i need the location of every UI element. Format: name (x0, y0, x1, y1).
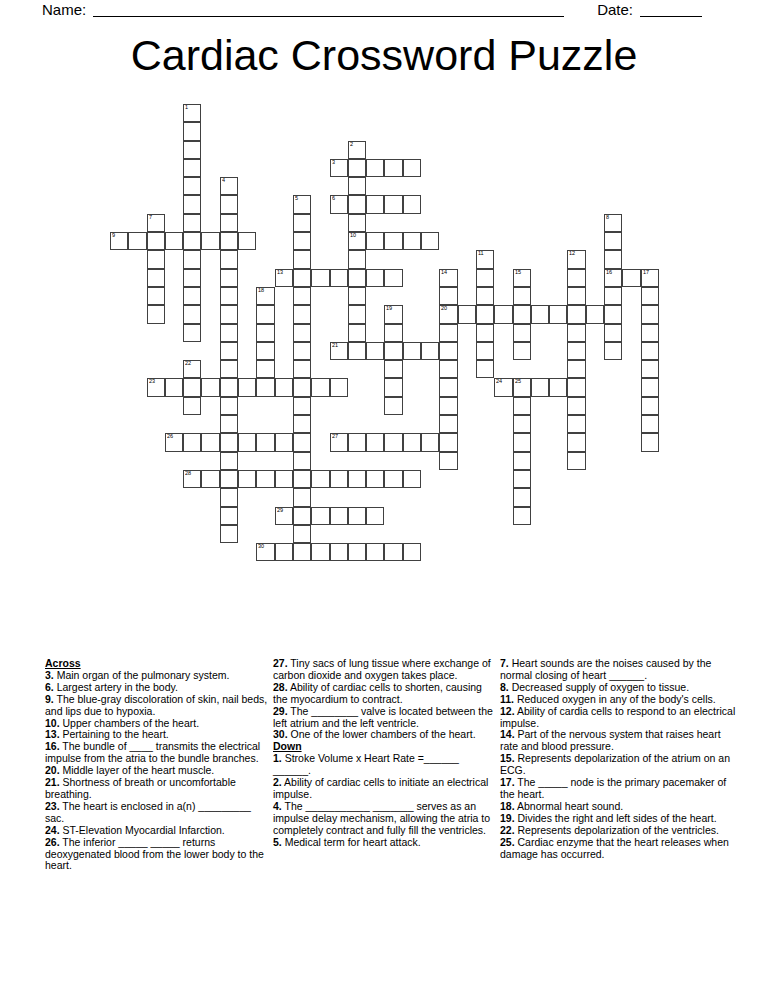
grid-cell[interactable] (439, 452, 457, 470)
grid-cell[interactable]: 11 (476, 250, 494, 268)
grid-cell[interactable] (275, 470, 293, 488)
grid-cell[interactable] (513, 287, 531, 305)
clue-number: 29 (277, 508, 283, 514)
clue-item: 7. Heart sounds are the noises caused by… (500, 658, 736, 682)
grid-cell[interactable] (165, 232, 183, 250)
clue-number: 27 (332, 434, 338, 440)
name-label: Name: (42, 2, 86, 18)
grid-cell[interactable] (220, 452, 238, 470)
grid-cell[interactable] (293, 214, 311, 232)
grid-cell[interactable] (403, 195, 421, 213)
grid-cell[interactable] (604, 287, 622, 305)
grid-cell[interactable] (147, 232, 165, 250)
clue-item: 11. Reduced oxygen in any of the body's … (500, 694, 736, 706)
grid-cell[interactable] (293, 324, 311, 342)
grid-cell[interactable]: 23 (147, 378, 165, 396)
clue-number: 26 (167, 434, 173, 440)
grid-cell[interactable] (220, 378, 238, 396)
grid-cell[interactable] (421, 433, 439, 451)
grid-cell[interactable] (183, 122, 201, 140)
grid-cell[interactable]: 14 (439, 269, 457, 287)
grid-cell[interactable]: 24 (494, 378, 512, 396)
grid-cell[interactable] (201, 232, 219, 250)
grid-cell[interactable] (439, 360, 457, 378)
grid-cell[interactable] (220, 250, 238, 268)
grid-cell[interactable] (293, 543, 311, 561)
name-fill-line[interactable] (93, 3, 564, 17)
grid-cell[interactable]: 13 (275, 269, 293, 287)
clue-number: 1 (185, 105, 188, 111)
grid-cell[interactable] (476, 324, 494, 342)
grid-cell[interactable] (330, 378, 348, 396)
grid-cell[interactable] (293, 525, 311, 543)
grid-cell[interactable] (256, 305, 274, 323)
grid-cell[interactable] (531, 378, 549, 396)
grid-cell[interactable] (513, 342, 531, 360)
clue-item: 14. Part of the nervous system that rais… (500, 729, 736, 753)
grid-cell[interactable] (275, 543, 293, 561)
grid-cell[interactable] (567, 433, 585, 451)
grid-cell[interactable] (128, 232, 146, 250)
grid-cell[interactable] (604, 305, 622, 323)
grid-cell[interactable] (366, 507, 384, 525)
date-fill-line[interactable] (640, 3, 702, 17)
grid-cell[interactable] (238, 232, 256, 250)
grid-cell[interactable] (384, 543, 402, 561)
grid-cell[interactable] (622, 269, 640, 287)
grid-cell[interactable]: 7 (147, 214, 165, 232)
grid-cell[interactable]: 25 (513, 378, 531, 396)
grid-cell[interactable] (330, 269, 348, 287)
grid-cell[interactable] (183, 214, 201, 232)
clue-number: 28 (185, 471, 191, 477)
grid-cell[interactable] (348, 214, 366, 232)
clue-item: 16. The bundle of ____ transmits the ele… (45, 741, 269, 765)
grid-cell[interactable] (256, 433, 274, 451)
grid-cell[interactable] (384, 195, 402, 213)
clue-number: 8 (606, 215, 609, 221)
grid-cell[interactable] (513, 305, 531, 323)
grid-cell[interactable] (220, 507, 238, 525)
grid-cell[interactable]: 21 (330, 342, 348, 360)
grid-cell[interactable]: 2 (348, 141, 366, 159)
grid-cell[interactable] (348, 433, 366, 451)
grid-cell[interactable] (513, 488, 531, 506)
clue-number: 3 (332, 160, 335, 166)
grid-cell[interactable] (513, 324, 531, 342)
grid-cell[interactable] (476, 360, 494, 378)
clue-number: 21 (332, 343, 338, 349)
grid-cell[interactable] (238, 433, 256, 451)
clue-item: 24. ST-Elevation Myocardial Infarction. (45, 825, 269, 837)
crossword-grid: 1234567891011121314151617181920212223242… (110, 104, 659, 561)
grid-cell[interactable] (384, 232, 402, 250)
clue-number: 17 (643, 270, 649, 276)
grid-cell[interactable] (256, 378, 274, 396)
clue-number: 12 (569, 251, 575, 257)
grid-cell[interactable] (293, 397, 311, 415)
clue-item: 6. Largest artery in the body. (45, 682, 269, 694)
date-label: Date: (597, 2, 633, 18)
grid-cell[interactable] (384, 397, 402, 415)
grid-cell[interactable] (220, 360, 238, 378)
clue-number: 30 (258, 544, 264, 550)
grid-cell[interactable] (476, 305, 494, 323)
grid-cell[interactable] (567, 360, 585, 378)
grid-cell[interactable] (384, 159, 402, 177)
grid-cell[interactable] (384, 360, 402, 378)
clue-item: 26. The inferior _____ _____ returns deo… (45, 837, 269, 873)
clue-number: 15 (515, 270, 521, 276)
grid-cell[interactable] (293, 360, 311, 378)
clue-number: 18 (258, 288, 264, 294)
grid-cell[interactable] (293, 269, 311, 287)
grid-cell[interactable] (567, 397, 585, 415)
clue-number: 14 (441, 270, 447, 276)
grid-cell[interactable] (494, 305, 512, 323)
clue-number: 11 (478, 251, 483, 257)
clue-item: 30. One of the lower chambers of the hea… (273, 729, 493, 741)
grid-cell[interactable] (183, 433, 201, 451)
grid-cell[interactable] (348, 269, 366, 287)
worksheet-page: Name: Date: Cardiac Crossword Puzzle 123… (0, 0, 768, 994)
grid-cell[interactable] (567, 415, 585, 433)
grid-cell[interactable] (567, 342, 585, 360)
clue-number: 13 (277, 270, 283, 276)
clue-number: 4 (222, 178, 225, 184)
clue-item: 25. Cardiac enzyme that the heart releas… (500, 837, 736, 861)
clues-column-3: 7. Heart sounds are the noises caused by… (500, 658, 736, 860)
grid-cell[interactable] (513, 470, 531, 488)
grid-cell[interactable] (293, 452, 311, 470)
grid-cell[interactable] (293, 232, 311, 250)
grid-cell[interactable] (458, 305, 476, 323)
clue-item: 8. Decreased supply of oxygen to tissue. (500, 682, 736, 694)
grid-cell[interactable] (384, 324, 402, 342)
clue-number: 19 (386, 306, 392, 312)
grid-cell[interactable] (183, 159, 201, 177)
grid-cell[interactable] (439, 415, 457, 433)
grid-cell[interactable] (348, 159, 366, 177)
clue-item: 4. The ___________ _______ serves as an … (273, 801, 493, 837)
grid-cell[interactable] (275, 433, 293, 451)
grid-cell[interactable] (220, 305, 238, 323)
grid-cell[interactable] (201, 433, 219, 451)
grid-cell[interactable] (476, 287, 494, 305)
grid-cell[interactable]: 1 (183, 104, 201, 122)
grid-cell[interactable] (403, 543, 421, 561)
grid-cell[interactable] (256, 342, 274, 360)
grid-cell[interactable]: 28 (183, 470, 201, 488)
grid-cell[interactable] (641, 287, 659, 305)
clues-column-2: 27. Tiny sacs of lung tissue where excha… (273, 658, 493, 849)
grid-cell[interactable] (330, 470, 348, 488)
grid-cell[interactable] (403, 433, 421, 451)
clue-number: 5 (295, 196, 298, 202)
grid-cell[interactable] (348, 507, 366, 525)
grid-cell[interactable] (384, 378, 402, 396)
grid-cell[interactable] (604, 324, 622, 342)
grid-cell[interactable] (641, 342, 659, 360)
grid-cell[interactable]: 16 (604, 269, 622, 287)
grid-cell[interactable] (311, 378, 329, 396)
grid-cell[interactable] (439, 287, 457, 305)
grid-cell[interactable] (330, 507, 348, 525)
grid-cell[interactable] (439, 433, 457, 451)
grid-cell[interactable] (549, 378, 567, 396)
grid-cell[interactable] (165, 378, 183, 396)
grid-cell[interactable] (384, 269, 402, 287)
grid-cell[interactable] (348, 177, 366, 195)
grid-cell[interactable] (183, 232, 201, 250)
grid-cell[interactable] (567, 305, 585, 323)
grid-cell[interactable] (567, 287, 585, 305)
grid-cell[interactable]: 22 (183, 360, 201, 378)
clue-item: 22. Represents depolarization of the ven… (500, 825, 736, 837)
grid-cell[interactable] (439, 378, 457, 396)
grid-cell[interactable] (220, 433, 238, 451)
grid-cell[interactable] (439, 342, 457, 360)
grid-cell[interactable] (567, 269, 585, 287)
grid-cell[interactable] (183, 250, 201, 268)
grid-cell[interactable] (183, 141, 201, 159)
grid-cell[interactable] (641, 360, 659, 378)
clue-item: 19. Divides the right and left sides of … (500, 813, 736, 825)
clue-item: 2. Ability of cardiac cells to initiate … (273, 777, 493, 801)
grid-cell[interactable] (403, 232, 421, 250)
grid-cell[interactable] (348, 342, 366, 360)
grid-cell[interactable] (238, 378, 256, 396)
puzzle-title: Cardiac Crossword Puzzle (0, 31, 768, 80)
clue-item: 17. The _____ node is the primary pacema… (500, 777, 736, 801)
grid-cell[interactable] (256, 470, 274, 488)
grid-cell[interactable] (348, 470, 366, 488)
grid-cell[interactable] (293, 488, 311, 506)
grid-cell[interactable] (366, 543, 384, 561)
grid-cell[interactable] (311, 543, 329, 561)
grid-cell[interactable] (439, 324, 457, 342)
clue-item: 1. Stroke Volume x Heart Rate =______ __… (273, 753, 493, 777)
grid-cell[interactable] (293, 415, 311, 433)
grid-cell[interactable] (220, 214, 238, 232)
grid-cell[interactable] (293, 342, 311, 360)
grid-cell[interactable] (348, 324, 366, 342)
grid-cell[interactable] (604, 250, 622, 268)
grid-cell[interactable] (183, 397, 201, 415)
clue-item: 18. Abnormal heart sound. (500, 801, 736, 813)
clue-number: 24 (496, 379, 502, 385)
clue-item: 29. The ________ valve is located betwee… (273, 706, 493, 730)
grid-cell[interactable] (567, 324, 585, 342)
clue-number: 16 (606, 270, 612, 276)
grid-cell[interactable] (220, 415, 238, 433)
grid-cell[interactable] (256, 324, 274, 342)
grid-cell[interactable] (513, 397, 531, 415)
grid-cell[interactable] (567, 378, 585, 396)
grid-cell[interactable]: 17 (641, 269, 659, 287)
grid-cell[interactable] (183, 378, 201, 396)
grid-cell[interactable] (366, 470, 384, 488)
grid-cell[interactable]: 8 (604, 214, 622, 232)
grid-cell[interactable]: 30 (256, 543, 274, 561)
grid-cell[interactable] (348, 543, 366, 561)
clue-number: 2 (350, 142, 353, 148)
clue-item: 5. Medical term for heart attack. (273, 837, 493, 849)
grid-cell[interactable] (293, 287, 311, 305)
grid-cell[interactable] (348, 305, 366, 323)
grid-cell[interactable] (641, 415, 659, 433)
clue-item: 12. Ability of cardia cells to respond t… (500, 706, 736, 730)
grid-cell[interactable] (220, 195, 238, 213)
clue-number: 22 (185, 361, 191, 367)
grid-cell[interactable] (238, 470, 256, 488)
clue-number: 6 (332, 196, 335, 202)
grid-cell[interactable] (293, 507, 311, 525)
grid-cell[interactable] (293, 470, 311, 488)
grid-cell[interactable] (348, 250, 366, 268)
grid-cell[interactable] (513, 452, 531, 470)
grid-cell[interactable] (220, 287, 238, 305)
grid-cell[interactable] (604, 232, 622, 250)
grid-cell[interactable]: 9 (110, 232, 128, 250)
grid-cell[interactable] (220, 232, 238, 250)
grid-cell[interactable] (330, 543, 348, 561)
grid-cell[interactable] (439, 397, 457, 415)
grid-cell[interactable] (366, 269, 384, 287)
grid-cell[interactable] (220, 324, 238, 342)
grid-cell[interactable] (641, 397, 659, 415)
grid-cell[interactable] (256, 360, 274, 378)
grid-cell[interactable] (513, 507, 531, 525)
grid-cell[interactable]: 19 (384, 305, 402, 323)
grid-cell[interactable] (476, 342, 494, 360)
clue-number: 9 (112, 233, 115, 239)
grid-cell[interactable] (311, 470, 329, 488)
grid-cell[interactable] (147, 269, 165, 287)
grid-cell[interactable] (641, 378, 659, 396)
grid-cell[interactable] (567, 452, 585, 470)
grid-cell[interactable]: 20 (439, 305, 457, 323)
grid-cell[interactable] (531, 305, 549, 323)
clue-item: 9. The blue-gray discoloration of skin, … (45, 694, 269, 718)
grid-cell[interactable]: 15 (513, 269, 531, 287)
grid-cell[interactable] (201, 378, 219, 396)
clue-item: 15. Represents depolarization of the atr… (500, 753, 736, 777)
clue-item: 27. Tiny sacs of lung tissue where excha… (273, 658, 493, 682)
grid-cell[interactable] (147, 250, 165, 268)
grid-cell[interactable] (293, 378, 311, 396)
grid-cell[interactable] (220, 525, 238, 543)
grid-cell[interactable] (220, 269, 238, 287)
grid-cell[interactable] (220, 488, 238, 506)
grid-cell[interactable] (366, 159, 384, 177)
grid-cell[interactable] (604, 342, 622, 360)
grid-cell[interactable] (476, 269, 494, 287)
grid-cell[interactable] (403, 342, 421, 360)
grid-cell[interactable] (293, 250, 311, 268)
grid-cell[interactable] (366, 433, 384, 451)
grid-cell[interactable] (183, 269, 201, 287)
grid-cell[interactable]: 3 (330, 159, 348, 177)
grid-cell[interactable] (421, 232, 439, 250)
grid-cell[interactable] (384, 342, 402, 360)
grid-cell[interactable]: 29 (275, 507, 293, 525)
grid-cell[interactable] (366, 232, 384, 250)
grid-cell[interactable] (513, 433, 531, 451)
grid-cell[interactable] (641, 324, 659, 342)
grid-cell[interactable] (366, 195, 384, 213)
grid-cell[interactable] (403, 470, 421, 488)
grid-cell[interactable] (348, 287, 366, 305)
grid-cell[interactable] (586, 305, 604, 323)
grid-cell[interactable] (403, 159, 421, 177)
grid-cell[interactable]: 6 (330, 195, 348, 213)
grid-cell[interactable] (183, 305, 201, 323)
grid-cell[interactable] (275, 378, 293, 396)
clue-number: 23 (149, 379, 155, 385)
clue-item: 28. Ability of cardiac cells to shorten,… (273, 682, 493, 706)
grid-cell[interactable] (201, 470, 219, 488)
grid-cell[interactable] (366, 342, 384, 360)
grid-cell[interactable] (183, 177, 201, 195)
grid-cell[interactable] (421, 342, 439, 360)
grid-cell[interactable] (293, 305, 311, 323)
clue-item: 21. Shortness of breath or uncomfortable… (45, 777, 269, 801)
grid-cell[interactable]: 27 (330, 433, 348, 451)
grid-cell[interactable] (641, 433, 659, 451)
clue-number: 25 (515, 379, 521, 385)
grid-cell[interactable] (384, 470, 402, 488)
grid-cell[interactable] (348, 195, 366, 213)
grid-cell[interactable]: 10 (348, 232, 366, 250)
clue-number: 10 (350, 233, 356, 239)
grid-cell[interactable] (311, 269, 329, 287)
grid-cell[interactable] (183, 324, 201, 342)
grid-cell[interactable] (220, 397, 238, 415)
clues-column-1: Across3. Main organ of the pulmonary sys… (45, 658, 269, 872)
grid-cell[interactable]: 26 (165, 433, 183, 451)
grid-cell[interactable] (183, 195, 201, 213)
grid-cell[interactable]: 4 (220, 177, 238, 195)
grid-cell[interactable]: 12 (567, 250, 585, 268)
worksheet-header: Name: Date: (42, 2, 702, 18)
grid-cell[interactable] (147, 287, 165, 305)
grid-cell[interactable] (183, 287, 201, 305)
grid-cell[interactable] (293, 433, 311, 451)
grid-cell[interactable]: 5 (293, 195, 311, 213)
clue-number: 20 (441, 306, 447, 312)
grid-cell[interactable] (220, 342, 238, 360)
grid-cell[interactable] (549, 305, 567, 323)
grid-cell[interactable] (513, 415, 531, 433)
grid-cell[interactable] (311, 507, 329, 525)
grid-cell[interactable] (147, 305, 165, 323)
grid-cell[interactable] (220, 470, 238, 488)
clue-item: 23. The heart is enclosed in a(n) ______… (45, 801, 269, 825)
grid-cell[interactable]: 18 (256, 287, 274, 305)
grid-cell[interactable] (641, 305, 659, 323)
grid-cell[interactable] (384, 433, 402, 451)
clue-number: 7 (149, 215, 152, 221)
